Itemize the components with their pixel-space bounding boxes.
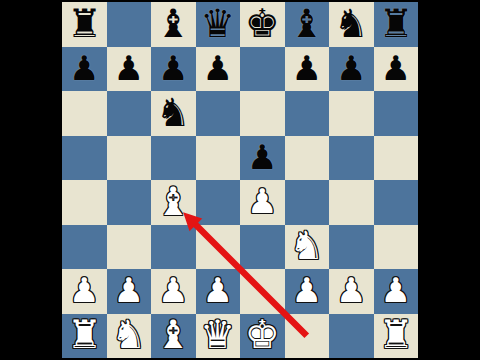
square-d5[interactable]: [196, 136, 241, 181]
square-d2[interactable]: ♟: [196, 269, 241, 314]
square-a1[interactable]: ♜: [62, 314, 107, 359]
square-e1[interactable]: ♚: [240, 314, 285, 359]
square-g1[interactable]: [329, 314, 374, 359]
square-e4[interactable]: ♟: [240, 180, 285, 225]
black-knight[interactable]: ♞: [334, 4, 369, 43]
black-bishop[interactable]: ♝: [289, 4, 324, 43]
square-f4[interactable]: [285, 180, 330, 225]
white-rook[interactable]: ♜: [378, 315, 413, 354]
square-b1[interactable]: ♞: [107, 314, 152, 359]
black-pawn[interactable]: ♟: [381, 51, 411, 85]
square-g3[interactable]: [329, 225, 374, 270]
square-f2[interactable]: ♟: [285, 269, 330, 314]
square-f1[interactable]: [285, 314, 330, 359]
black-rook[interactable]: ♜: [67, 4, 102, 43]
black-king[interactable]: ♚: [245, 4, 280, 43]
square-a8[interactable]: ♜: [62, 2, 107, 47]
white-knight[interactable]: ♞: [289, 226, 324, 265]
square-e6[interactable]: [240, 91, 285, 136]
square-h1[interactable]: ♜: [374, 314, 419, 359]
square-c6[interactable]: ♞: [151, 91, 196, 136]
square-c2[interactable]: ♟: [151, 269, 196, 314]
black-pawn[interactable]: ♟: [247, 140, 277, 174]
white-bishop[interactable]: ♝: [156, 182, 191, 221]
square-g4[interactable]: [329, 180, 374, 225]
square-g6[interactable]: [329, 91, 374, 136]
black-pawn[interactable]: ♟: [158, 51, 188, 85]
square-c3[interactable]: [151, 225, 196, 270]
square-c1[interactable]: ♝: [151, 314, 196, 359]
square-d4[interactable]: [196, 180, 241, 225]
black-rook[interactable]: ♜: [378, 4, 413, 43]
square-c4[interactable]: ♝: [151, 180, 196, 225]
square-e5[interactable]: ♟: [240, 136, 285, 181]
square-d1[interactable]: ♛: [196, 314, 241, 359]
white-rook[interactable]: ♜: [67, 315, 102, 354]
square-b7[interactable]: ♟: [107, 47, 152, 92]
square-e8[interactable]: ♚: [240, 2, 285, 47]
square-b6[interactable]: [107, 91, 152, 136]
square-f3[interactable]: ♞: [285, 225, 330, 270]
square-c7[interactable]: ♟: [151, 47, 196, 92]
square-a4[interactable]: [62, 180, 107, 225]
chess-board: ♜♝♛♚♝♞♜♟♟♟♟♟♟♟♞♟♝♟♞♟♟♟♟♟♟♟♜♞♝♛♚♜: [62, 2, 418, 358]
square-h8[interactable]: ♜: [374, 2, 419, 47]
square-h7[interactable]: ♟: [374, 47, 419, 92]
square-e3[interactable]: [240, 225, 285, 270]
white-pawn[interactable]: ♟: [336, 273, 366, 307]
black-bishop[interactable]: ♝: [156, 4, 191, 43]
square-h5[interactable]: [374, 136, 419, 181]
square-a7[interactable]: ♟: [62, 47, 107, 92]
white-pawn[interactable]: ♟: [247, 184, 277, 218]
square-g8[interactable]: ♞: [329, 2, 374, 47]
square-b5[interactable]: [107, 136, 152, 181]
square-h6[interactable]: [374, 91, 419, 136]
square-f8[interactable]: ♝: [285, 2, 330, 47]
square-f5[interactable]: [285, 136, 330, 181]
black-pawn[interactable]: ♟: [203, 51, 233, 85]
square-g2[interactable]: ♟: [329, 269, 374, 314]
square-a5[interactable]: [62, 136, 107, 181]
square-g5[interactable]: [329, 136, 374, 181]
square-c8[interactable]: ♝: [151, 2, 196, 47]
white-queen[interactable]: ♛: [200, 315, 235, 354]
square-d6[interactable]: [196, 91, 241, 136]
square-h4[interactable]: [374, 180, 419, 225]
square-a6[interactable]: [62, 91, 107, 136]
black-queen[interactable]: ♛: [200, 4, 235, 43]
square-f6[interactable]: [285, 91, 330, 136]
square-g7[interactable]: ♟: [329, 47, 374, 92]
white-pawn[interactable]: ♟: [158, 273, 188, 307]
black-knight[interactable]: ♞: [156, 93, 191, 132]
white-bishop[interactable]: ♝: [156, 315, 191, 354]
square-d3[interactable]: [196, 225, 241, 270]
square-h3[interactable]: [374, 225, 419, 270]
square-d7[interactable]: ♟: [196, 47, 241, 92]
app-background: ♜♝♛♚♝♞♜♟♟♟♟♟♟♟♞♟♝♟♞♟♟♟♟♟♟♟♜♞♝♛♚♜: [0, 0, 480, 360]
white-pawn[interactable]: ♟: [292, 273, 322, 307]
square-b8[interactable]: [107, 2, 152, 47]
white-king[interactable]: ♚: [245, 315, 280, 354]
square-f7[interactable]: ♟: [285, 47, 330, 92]
square-d8[interactable]: ♛: [196, 2, 241, 47]
square-e2[interactable]: [240, 269, 285, 314]
square-b4[interactable]: [107, 180, 152, 225]
square-b2[interactable]: ♟: [107, 269, 152, 314]
black-pawn[interactable]: ♟: [69, 51, 99, 85]
square-h2[interactable]: ♟: [374, 269, 419, 314]
white-pawn[interactable]: ♟: [203, 273, 233, 307]
black-pawn[interactable]: ♟: [336, 51, 366, 85]
square-c5[interactable]: [151, 136, 196, 181]
white-pawn[interactable]: ♟: [114, 273, 144, 307]
black-pawn[interactable]: ♟: [114, 51, 144, 85]
square-e7[interactable]: [240, 47, 285, 92]
white-knight[interactable]: ♞: [111, 315, 146, 354]
square-a2[interactable]: ♟: [62, 269, 107, 314]
white-pawn[interactable]: ♟: [69, 273, 99, 307]
square-b3[interactable]: [107, 225, 152, 270]
square-a3[interactable]: [62, 225, 107, 270]
white-pawn[interactable]: ♟: [381, 273, 411, 307]
black-pawn[interactable]: ♟: [292, 51, 322, 85]
